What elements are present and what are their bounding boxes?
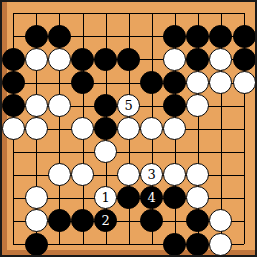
white-stone: [25, 48, 48, 71]
grid-line-horizontal: [13, 152, 245, 153]
white-stone: [186, 186, 209, 209]
white-stone: [209, 71, 232, 94]
white-stone-move-5: 5: [117, 94, 140, 117]
black-stone: [25, 233, 48, 256]
white-stone: [140, 117, 163, 140]
white-stone: [25, 186, 48, 209]
black-stone: [117, 186, 140, 209]
black-stone: [163, 71, 186, 94]
white-stone: [71, 117, 94, 140]
white-stone: [233, 71, 256, 94]
white-stone: [163, 117, 186, 140]
white-stone: [163, 48, 186, 71]
white-stone-move-3: 3: [140, 163, 163, 186]
white-stone-move-1: 1: [94, 186, 117, 209]
white-stone: [186, 163, 209, 186]
white-stone: [117, 117, 140, 140]
black-stone: [186, 209, 209, 232]
black-stone: [163, 186, 186, 209]
black-stone: [163, 25, 186, 48]
go-board: 53142: [0, 0, 257, 257]
black-stone: [186, 48, 209, 71]
white-stone: [94, 140, 117, 163]
white-stone: [186, 71, 209, 94]
black-stone: [48, 209, 71, 232]
black-stone: [186, 233, 209, 256]
white-stone: [117, 163, 140, 186]
white-stone: [209, 233, 232, 256]
white-stone: [71, 163, 94, 186]
white-stone: [163, 163, 186, 186]
black-stone: [117, 48, 140, 71]
white-stone: [48, 48, 71, 71]
white-stone: [186, 94, 209, 117]
black-stone: [163, 94, 186, 117]
white-stone: [209, 48, 232, 71]
black-stone: [186, 25, 209, 48]
black-stone: [94, 94, 117, 117]
black-stone: [163, 233, 186, 256]
white-stone: [209, 209, 232, 232]
black-stone-move-4: 4: [140, 186, 163, 209]
black-stone: [2, 71, 25, 94]
black-stone-move-2: 2: [94, 209, 117, 232]
white-stone: [2, 117, 25, 140]
white-stone: [25, 209, 48, 232]
black-stone: [71, 209, 94, 232]
black-stone: [233, 25, 256, 48]
black-stone: [209, 25, 232, 48]
white-stone: [25, 94, 48, 117]
black-stone: [2, 94, 25, 117]
black-stone: [2, 48, 25, 71]
black-stone: [140, 209, 163, 232]
black-stone: [94, 48, 117, 71]
white-stone: [25, 117, 48, 140]
black-stone: [48, 25, 71, 48]
black-stone: [140, 71, 163, 94]
black-stone: [233, 48, 256, 71]
black-stone: [94, 117, 117, 140]
black-stone: [25, 25, 48, 48]
white-stone: [48, 163, 71, 186]
white-stone: [48, 94, 71, 117]
black-stone: [71, 48, 94, 71]
black-stone: [71, 71, 94, 94]
